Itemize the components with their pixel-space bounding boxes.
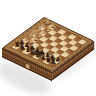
chess-set-photo: ♜♞♝♛♚♝♞♜♟♟♟♟♟♟♟♟♟♟♟♟♟♟♟♟♜♞♝♛♚♝♞♜ [0,0,96,96]
black-rook[interactable]: ♜ [48,61,57,67]
black-rook-glyph: ♜ [50,59,56,66]
white-pawn-glyph: ♟ [50,22,55,28]
